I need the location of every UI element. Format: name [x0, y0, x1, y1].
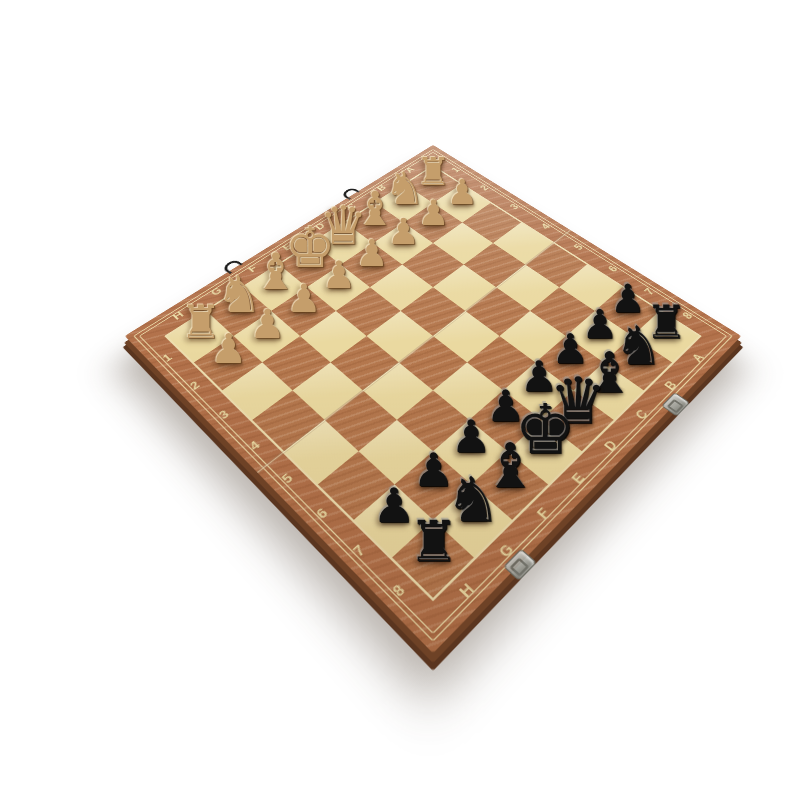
piece-white-pawn-h2[interactable]: ♟	[210, 330, 247, 371]
piece-white-pawn-e2[interactable]: ♟	[322, 257, 356, 295]
coord-h-file-edge-7: 7	[343, 536, 374, 565]
piece-white-pawn-f2[interactable]: ♟	[287, 280, 322, 319]
piece-white-pawn-b2[interactable]: ♟	[418, 194, 450, 229]
piece-white-pawn-a2[interactable]: ♟	[447, 175, 478, 209]
coord-h-file-edge-8: 8	[382, 575, 414, 607]
coord-h-file-edge-5: 5	[273, 465, 302, 491]
coord-h-file-edge-3: 3	[210, 403, 238, 426]
latch-clasp-2	[503, 548, 537, 581]
coord-rank8-edge-A: A	[686, 347, 712, 368]
piece-white-pawn-g2[interactable]: ♟	[249, 304, 285, 344]
coord-rank8-edge-F: F	[529, 500, 559, 528]
piece-white-pawn-c2[interactable]: ♟	[387, 214, 419, 250]
coord-rank8-edge-H: H	[451, 575, 483, 607]
piece-black-rook-h8[interactable]: ♜	[408, 512, 459, 569]
chess-photo-scene: 11AA22BB33CC44DD55EE66FF77GG88HH ♜♞♝♛♚♝♞…	[0, 0, 800, 800]
coord-h-file-edge-4: 4	[240, 433, 268, 457]
coord-h-file-edge-6: 6	[307, 500, 337, 528]
coord-rank8-edge-C: C	[628, 403, 656, 426]
coord-h-file-edge-2: 2	[181, 374, 208, 396]
latch-clasp-1	[661, 392, 690, 416]
piece-white-pawn-d2[interactable]: ♟	[355, 235, 388, 272]
coord-h-file-edge-1: 1	[154, 347, 180, 368]
